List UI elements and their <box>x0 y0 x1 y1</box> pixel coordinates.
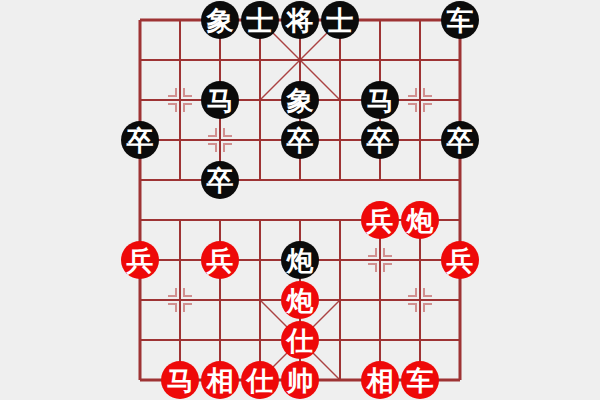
piece-black-soldier[interactable]: 卒 <box>121 121 159 159</box>
piece-red-soldier[interactable]: 兵 <box>121 241 159 279</box>
piece-red-soldier[interactable]: 兵 <box>361 201 399 239</box>
pieces-layer: 象士将士车马象马卒卒卒卒卒炮兵炮兵兵兵炮仕马相仕帅相车 <box>0 0 600 400</box>
piece-black-elephant[interactable]: 象 <box>201 1 239 39</box>
piece-black-elephant[interactable]: 象 <box>281 81 319 119</box>
piece-red-elephant[interactable]: 相 <box>361 361 399 399</box>
piece-red-soldier[interactable]: 兵 <box>441 241 479 279</box>
piece-red-general[interactable]: 帅 <box>281 361 319 399</box>
piece-black-soldier[interactable]: 卒 <box>201 161 239 199</box>
piece-black-horse[interactable]: 马 <box>201 81 239 119</box>
piece-red-horse[interactable]: 马 <box>161 361 199 399</box>
piece-black-advisor[interactable]: 士 <box>321 1 359 39</box>
piece-red-soldier[interactable]: 兵 <box>201 241 239 279</box>
piece-red-cannon[interactable]: 炮 <box>281 281 319 319</box>
piece-black-chariot[interactable]: 车 <box>441 1 479 39</box>
piece-black-general[interactable]: 将 <box>281 1 319 39</box>
piece-black-cannon[interactable]: 炮 <box>281 241 319 279</box>
xiangqi-app: 象士将士车马象马卒卒卒卒卒炮兵炮兵兵兵炮仕马相仕帅相车 <box>0 0 600 400</box>
piece-black-soldier[interactable]: 卒 <box>441 121 479 159</box>
piece-black-advisor[interactable]: 士 <box>241 1 279 39</box>
piece-red-advisor[interactable]: 仕 <box>281 321 319 359</box>
piece-red-advisor[interactable]: 仕 <box>241 361 279 399</box>
piece-red-elephant[interactable]: 相 <box>201 361 239 399</box>
piece-red-cannon[interactable]: 炮 <box>401 201 439 239</box>
piece-black-soldier[interactable]: 卒 <box>361 121 399 159</box>
piece-black-horse[interactable]: 马 <box>361 81 399 119</box>
piece-red-chariot[interactable]: 车 <box>401 361 439 399</box>
piece-black-soldier[interactable]: 卒 <box>281 121 319 159</box>
